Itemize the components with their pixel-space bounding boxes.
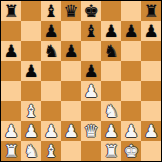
square-h7[interactable]: ♟ — [141, 21, 161, 41]
square-g2[interactable]: ♟ — [121, 121, 141, 141]
white-pawn-icon[interactable]: ♟ — [123, 121, 138, 141]
white-pawn-icon[interactable]: ♟ — [23, 121, 38, 141]
white-bishop-icon[interactable]: ♝ — [23, 101, 38, 121]
square-d1[interactable] — [61, 141, 81, 161]
square-f5[interactable] — [101, 61, 121, 81]
square-c5[interactable] — [41, 61, 61, 81]
black-pawn-icon[interactable]: ♟ — [83, 61, 98, 81]
square-d6[interactable]: ♟ — [61, 41, 81, 61]
square-a1[interactable]: ♜ — [1, 141, 21, 161]
square-c2[interactable]: ♟ — [41, 121, 61, 141]
white-rook-icon[interactable]: ♜ — [3, 141, 18, 161]
square-g5[interactable] — [121, 61, 141, 81]
square-g7[interactable]: ♟ — [121, 21, 141, 41]
white-bishop-icon[interactable]: ♝ — [43, 141, 58, 161]
square-a7[interactable] — [1, 21, 21, 41]
black-bishop-icon[interactable]: ♝ — [43, 1, 58, 21]
square-b6[interactable] — [21, 41, 41, 61]
square-f8[interactable] — [101, 1, 121, 21]
black-pawn-icon[interactable]: ♟ — [3, 41, 18, 61]
square-e5[interactable]: ♟ — [81, 61, 101, 81]
chess-board: ♜♝♛♚♜♟♝♟♟♟♟♞♟♞♟♟♟♝♞♟♟♟♟♛♟♟♟♜♞♝♜♚ — [0, 0, 162, 162]
square-e3[interactable] — [81, 101, 101, 121]
black-pawn-icon[interactable]: ♟ — [43, 21, 58, 41]
square-f4[interactable] — [101, 81, 121, 101]
square-e8[interactable]: ♚ — [81, 1, 101, 21]
square-h3[interactable] — [141, 101, 161, 121]
square-f2[interactable]: ♟ — [101, 121, 121, 141]
square-d2[interactable]: ♟ — [61, 121, 81, 141]
white-pawn-icon[interactable]: ♟ — [43, 121, 58, 141]
black-pawn-icon[interactable]: ♟ — [143, 21, 158, 41]
square-g4[interactable] — [121, 81, 141, 101]
square-e4[interactable]: ♟ — [81, 81, 101, 101]
black-rook-icon[interactable]: ♜ — [143, 1, 158, 21]
square-e1[interactable] — [81, 141, 101, 161]
white-knight-icon[interactable]: ♞ — [23, 141, 38, 161]
square-c1[interactable]: ♝ — [41, 141, 61, 161]
square-a2[interactable]: ♟ — [1, 121, 21, 141]
square-a4[interactable] — [1, 81, 21, 101]
black-king-icon[interactable]: ♚ — [83, 1, 98, 21]
black-pawn-icon[interactable]: ♟ — [123, 21, 138, 41]
square-h8[interactable]: ♜ — [141, 1, 161, 21]
square-a3[interactable] — [1, 101, 21, 121]
square-b5[interactable]: ♟ — [21, 61, 41, 81]
black-pawn-icon[interactable]: ♟ — [63, 41, 78, 61]
square-f7[interactable]: ♟ — [101, 21, 121, 41]
square-b4[interactable] — [21, 81, 41, 101]
square-f3[interactable]: ♞ — [101, 101, 121, 121]
white-pawn-icon[interactable]: ♟ — [3, 121, 18, 141]
square-h6[interactable] — [141, 41, 161, 61]
square-c6[interactable]: ♞ — [41, 41, 61, 61]
white-king-icon[interactable]: ♚ — [123, 141, 138, 161]
square-b3[interactable]: ♝ — [21, 101, 41, 121]
square-a6[interactable]: ♟ — [1, 41, 21, 61]
white-knight-icon[interactable]: ♞ — [103, 101, 118, 121]
square-b2[interactable]: ♟ — [21, 121, 41, 141]
black-queen-icon[interactable]: ♛ — [63, 1, 78, 21]
black-knight-icon[interactable]: ♞ — [103, 41, 118, 61]
square-e6[interactable] — [81, 41, 101, 61]
square-h1[interactable] — [141, 141, 161, 161]
square-a5[interactable] — [1, 61, 21, 81]
white-pawn-icon[interactable]: ♟ — [103, 121, 118, 141]
square-g3[interactable] — [121, 101, 141, 121]
square-c4[interactable] — [41, 81, 61, 101]
white-pawn-icon[interactable]: ♟ — [143, 121, 158, 141]
square-c3[interactable] — [41, 101, 61, 121]
white-pawn-icon[interactable]: ♟ — [83, 81, 98, 101]
square-d4[interactable] — [61, 81, 81, 101]
square-g1[interactable]: ♚ — [121, 141, 141, 161]
square-c7[interactable]: ♟ — [41, 21, 61, 41]
square-g8[interactable] — [121, 1, 141, 21]
square-b7[interactable] — [21, 21, 41, 41]
square-d3[interactable] — [61, 101, 81, 121]
black-pawn-icon[interactable]: ♟ — [103, 21, 118, 41]
square-e7[interactable]: ♝ — [81, 21, 101, 41]
square-d5[interactable] — [61, 61, 81, 81]
white-queen-icon[interactable]: ♛ — [83, 121, 98, 141]
black-rook-icon[interactable]: ♜ — [3, 1, 18, 21]
square-b1[interactable]: ♞ — [21, 141, 41, 161]
square-h5[interactable] — [141, 61, 161, 81]
square-g6[interactable] — [121, 41, 141, 61]
white-pawn-icon[interactable]: ♟ — [63, 121, 78, 141]
square-d7[interactable] — [61, 21, 81, 41]
square-f1[interactable]: ♜ — [101, 141, 121, 161]
black-knight-icon[interactable]: ♞ — [43, 41, 58, 61]
square-c8[interactable]: ♝ — [41, 1, 61, 21]
square-e2[interactable]: ♛ — [81, 121, 101, 141]
square-h2[interactable]: ♟ — [141, 121, 161, 141]
square-a8[interactable]: ♜ — [1, 1, 21, 21]
white-rook-icon[interactable]: ♜ — [103, 141, 118, 161]
black-pawn-icon[interactable]: ♟ — [23, 61, 38, 81]
square-d8[interactable]: ♛ — [61, 1, 81, 21]
square-h4[interactable] — [141, 81, 161, 101]
square-f6[interactable]: ♞ — [101, 41, 121, 61]
square-b8[interactable] — [21, 1, 41, 21]
black-bishop-icon[interactable]: ♝ — [83, 21, 98, 41]
